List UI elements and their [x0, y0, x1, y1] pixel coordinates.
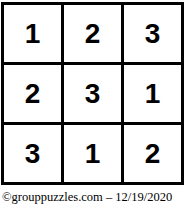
cell-r3c2: 1: [64, 125, 121, 182]
cell-r2c3: 1: [124, 65, 181, 122]
cell-r2c1: 2: [4, 65, 61, 122]
puzzle-board: 1 2 3 2 3 1 3 1 2: [1, 2, 184, 185]
cell-r1c2: 2: [64, 5, 121, 62]
cell-r2c2: 3: [64, 65, 121, 122]
copyright-line: ©grouppuzzles.com – 12/19/2020: [2, 190, 186, 205]
cell-r1c3: 3: [124, 5, 181, 62]
cell-r3c1: 3: [4, 125, 61, 182]
cell-r1c1: 1: [4, 5, 61, 62]
cell-r3c3: 2: [124, 125, 181, 182]
